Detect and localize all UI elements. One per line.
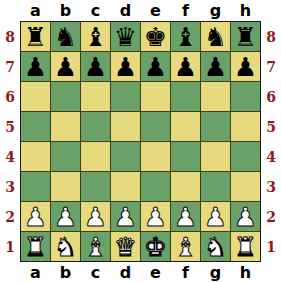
square-d8[interactable]: ♛ xyxy=(111,22,140,51)
piece-white-pawn-g2: ♟ xyxy=(204,204,227,230)
square-a3[interactable] xyxy=(21,172,50,201)
square-c4[interactable] xyxy=(81,142,110,171)
square-c2[interactable]: ♟ xyxy=(81,202,110,231)
rank-label-right-6: 6 xyxy=(266,90,276,104)
piece-white-knight-b1: ♞ xyxy=(54,234,77,260)
square-f1[interactable]: ♝ xyxy=(171,232,200,261)
rank-label-left-4: 4 xyxy=(5,150,15,164)
file-label-bottom-f: f xyxy=(182,265,189,281)
square-a6[interactable] xyxy=(21,82,50,111)
square-c1[interactable]: ♝ xyxy=(81,232,110,261)
file-label-bottom-d: d xyxy=(120,265,131,281)
square-c8[interactable]: ♝ xyxy=(81,22,110,51)
piece-black-pawn-f7: ♟ xyxy=(174,54,197,80)
piece-white-pawn-h2: ♟ xyxy=(234,204,257,230)
rank-label-left-7: 7 xyxy=(5,60,15,74)
rank-label-right-2: 2 xyxy=(266,210,276,224)
square-h3[interactable] xyxy=(231,172,260,201)
square-e6[interactable] xyxy=(141,82,170,111)
square-h8[interactable]: ♜ xyxy=(231,22,260,51)
square-e1[interactable]: ♚ xyxy=(141,232,170,261)
square-g6[interactable] xyxy=(201,82,230,111)
piece-black-pawn-d7: ♟ xyxy=(114,54,137,80)
piece-white-pawn-a2: ♟ xyxy=(24,204,47,230)
rank-label-right-4: 4 xyxy=(266,150,276,164)
square-f8[interactable]: ♝ xyxy=(171,22,200,51)
square-e8[interactable]: ♚ xyxy=(141,22,170,51)
square-g8[interactable]: ♞ xyxy=(201,22,230,51)
diagram-layout: abcdefgh 87654321 ♜♞♝♛♚♝♞♜♟♟♟♟♟♟♟♟♟♟♟♟♟♟… xyxy=(0,0,281,283)
square-b4[interactable] xyxy=(51,142,80,171)
file-label-top-a: a xyxy=(30,3,41,19)
chess-board: ♜♞♝♛♚♝♞♜♟♟♟♟♟♟♟♟♟♟♟♟♟♟♟♟♜♞♝♛♚♝♞♜ xyxy=(20,21,261,262)
piece-white-rook-a1: ♜ xyxy=(24,234,47,260)
square-g1[interactable]: ♞ xyxy=(201,232,230,261)
rank-labels-left: 87654321 xyxy=(0,21,20,262)
file-label-top-e: e xyxy=(150,3,161,19)
square-c3[interactable] xyxy=(81,172,110,201)
square-d4[interactable] xyxy=(111,142,140,171)
piece-white-pawn-f2: ♟ xyxy=(174,204,197,230)
rank-label-right-7: 7 xyxy=(266,60,276,74)
square-e5[interactable] xyxy=(141,112,170,141)
piece-white-pawn-d2: ♟ xyxy=(114,204,137,230)
square-b7[interactable]: ♟ xyxy=(51,52,80,81)
square-a5[interactable] xyxy=(21,112,50,141)
square-f4[interactable] xyxy=(171,142,200,171)
piece-black-rook-a8: ♜ xyxy=(24,24,47,50)
file-label-top-h: h xyxy=(240,3,251,19)
piece-black-knight-b8: ♞ xyxy=(54,24,77,50)
piece-black-pawn-a7: ♟ xyxy=(24,54,47,80)
piece-black-rook-h8: ♜ xyxy=(234,24,257,50)
square-d7[interactable]: ♟ xyxy=(111,52,140,81)
file-label-bottom-c: c xyxy=(91,265,100,281)
square-a1[interactable]: ♜ xyxy=(21,232,50,261)
rank-label-left-5: 5 xyxy=(5,120,15,134)
file-label-top-g: g xyxy=(210,3,221,19)
file-label-bottom-e: e xyxy=(150,265,161,281)
square-b2[interactable]: ♟ xyxy=(51,202,80,231)
file-labels-top: abcdefgh xyxy=(20,0,261,21)
square-c7[interactable]: ♟ xyxy=(81,52,110,81)
rank-label-right-3: 3 xyxy=(266,180,276,194)
square-b8[interactable]: ♞ xyxy=(51,22,80,51)
file-label-bottom-g: g xyxy=(210,265,221,281)
square-d6[interactable] xyxy=(111,82,140,111)
square-g2[interactable]: ♟ xyxy=(201,202,230,231)
square-b1[interactable]: ♞ xyxy=(51,232,80,261)
rank-label-left-3: 3 xyxy=(5,180,15,194)
square-a8[interactable]: ♜ xyxy=(21,22,50,51)
square-e2[interactable]: ♟ xyxy=(141,202,170,231)
square-f3[interactable] xyxy=(171,172,200,201)
piece-black-bishop-c8: ♝ xyxy=(84,24,107,50)
piece-white-bishop-f1: ♝ xyxy=(174,234,197,260)
square-g5[interactable] xyxy=(201,112,230,141)
file-label-top-f: f xyxy=(182,3,189,19)
square-e3[interactable] xyxy=(141,172,170,201)
file-label-top-d: d xyxy=(120,3,131,19)
rank-label-left-8: 8 xyxy=(5,30,15,44)
piece-white-knight-g1: ♞ xyxy=(204,234,227,260)
piece-black-bishop-f8: ♝ xyxy=(174,24,197,50)
rank-label-left-6: 6 xyxy=(5,90,15,104)
file-label-bottom-b: b xyxy=(60,265,71,281)
piece-black-pawn-b7: ♟ xyxy=(54,54,77,80)
square-c6[interactable] xyxy=(81,82,110,111)
piece-black-queen-d8: ♛ xyxy=(114,24,137,50)
square-c5[interactable] xyxy=(81,112,110,141)
piece-white-pawn-c2: ♟ xyxy=(84,204,107,230)
piece-black-pawn-h7: ♟ xyxy=(234,54,257,80)
piece-black-pawn-c7: ♟ xyxy=(84,54,107,80)
square-a2[interactable]: ♟ xyxy=(21,202,50,231)
piece-white-queen-d1: ♛ xyxy=(114,234,137,260)
square-h6[interactable] xyxy=(231,82,260,111)
square-f2[interactable]: ♟ xyxy=(171,202,200,231)
square-g4[interactable] xyxy=(201,142,230,171)
square-e4[interactable] xyxy=(141,142,170,171)
square-g7[interactable]: ♟ xyxy=(201,52,230,81)
piece-white-pawn-e2: ♟ xyxy=(144,204,167,230)
file-label-top-b: b xyxy=(60,3,71,19)
square-b5[interactable] xyxy=(51,112,80,141)
rank-label-left-2: 2 xyxy=(5,210,15,224)
square-h2[interactable]: ♟ xyxy=(231,202,260,231)
rank-label-right-8: 8 xyxy=(266,30,276,44)
file-label-top-c: c xyxy=(91,3,100,19)
square-b3[interactable] xyxy=(51,172,80,201)
square-g3[interactable] xyxy=(201,172,230,201)
piece-black-pawn-g7: ♟ xyxy=(204,54,227,80)
piece-white-rook-h1: ♜ xyxy=(234,234,257,260)
square-f6[interactable] xyxy=(171,82,200,111)
square-d3[interactable] xyxy=(111,172,140,201)
square-e7[interactable]: ♟ xyxy=(141,52,170,81)
rank-label-right-1: 1 xyxy=(266,240,276,254)
square-a7[interactable]: ♟ xyxy=(21,52,50,81)
piece-black-knight-g8: ♞ xyxy=(204,24,227,50)
square-h7[interactable]: ♟ xyxy=(231,52,260,81)
piece-black-pawn-e7: ♟ xyxy=(144,54,167,80)
file-label-bottom-h: h xyxy=(240,265,251,281)
square-a4[interactable] xyxy=(21,142,50,171)
piece-black-king-e8: ♚ xyxy=(144,24,167,50)
piece-white-bishop-c1: ♝ xyxy=(84,234,107,260)
piece-white-pawn-b2: ♟ xyxy=(54,204,77,230)
square-h1[interactable]: ♜ xyxy=(231,232,260,261)
file-labels-bottom: abcdefgh xyxy=(20,262,261,283)
square-d1[interactable]: ♛ xyxy=(111,232,140,261)
square-h4[interactable] xyxy=(231,142,260,171)
rank-labels-right: 87654321 xyxy=(261,21,281,262)
rank-label-right-5: 5 xyxy=(266,120,276,134)
piece-white-king-e1: ♚ xyxy=(144,234,167,260)
square-d2[interactable]: ♟ xyxy=(111,202,140,231)
rank-label-left-1: 1 xyxy=(5,240,15,254)
square-f7[interactable]: ♟ xyxy=(171,52,200,81)
square-d5[interactable] xyxy=(111,112,140,141)
square-b6[interactable] xyxy=(51,82,80,111)
file-label-bottom-a: a xyxy=(30,265,41,281)
chess-diagram: abcdefgh 87654321 ♜♞♝♛♚♝♞♜♟♟♟♟♟♟♟♟♟♟♟♟♟♟… xyxy=(0,0,281,283)
square-f5[interactable] xyxy=(171,112,200,141)
square-h5[interactable] xyxy=(231,112,260,141)
